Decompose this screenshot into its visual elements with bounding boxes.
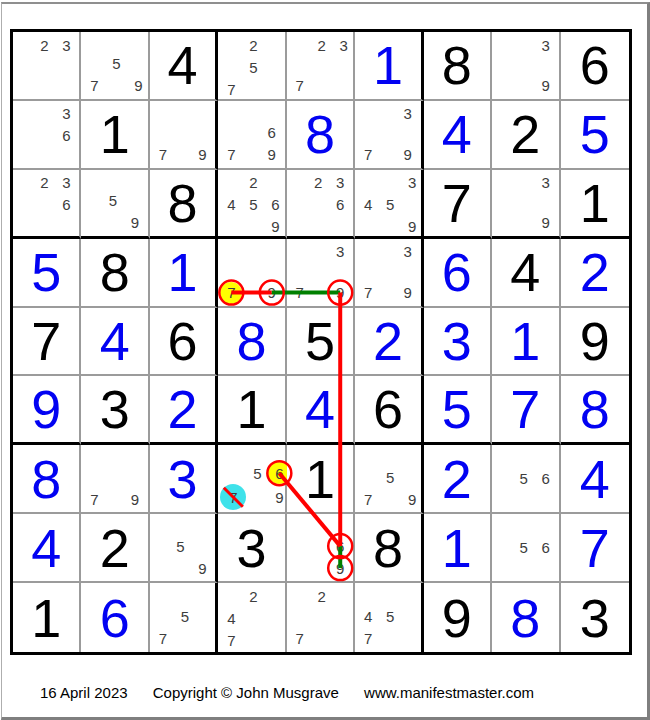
- cell-r8c5[interactable]: 69: [287, 514, 355, 583]
- cell-r1c2[interactable]: 579: [81, 32, 149, 101]
- cell-r2c5[interactable]: 8: [287, 101, 355, 170]
- cell-r7c4[interactable]: 5679: [218, 445, 286, 514]
- given-digit: 3: [81, 376, 147, 442]
- given-digit: 8: [355, 514, 420, 581]
- pencil-marks: 379: [289, 241, 351, 304]
- cell-r8c8[interactable]: 56: [492, 514, 560, 583]
- solved-digit: 2: [150, 376, 215, 442]
- given-digit: 6: [355, 376, 420, 442]
- solved-digit: 3: [424, 308, 490, 375]
- pencil-mark: 9: [124, 212, 146, 234]
- pencil-mark: 3: [401, 172, 423, 194]
- pencil-mark: 9: [264, 216, 286, 238]
- solved-digit: 6: [81, 583, 147, 652]
- cell-r2c6[interactable]: 379: [355, 101, 423, 170]
- pencil-mark: 5: [242, 194, 264, 216]
- cell-r6c9[interactable]: 8: [561, 376, 629, 445]
- cell-r9c3[interactable]: 57: [150, 583, 218, 652]
- pencil-mark: 9: [535, 212, 557, 234]
- pencil-mark: 7: [220, 78, 242, 100]
- pencil-mark: 3: [535, 172, 557, 194]
- pencil-marks: 69: [289, 516, 351, 579]
- cell-r6c4[interactable]: 1: [218, 376, 286, 445]
- pencil-mark: 7: [83, 488, 105, 510]
- solved-digit: 4: [424, 101, 490, 168]
- pencil-mark: 4: [220, 194, 242, 216]
- cell-r4c4[interactable]: 79: [218, 239, 286, 308]
- pencil-mark: 3: [55, 34, 77, 56]
- cell-r6c6[interactable]: 6: [355, 376, 423, 445]
- pencil-mark: 3: [55, 103, 77, 125]
- pencil-mark: 9: [261, 144, 283, 166]
- given-digit: 1: [287, 445, 353, 512]
- solved-digit: 1: [355, 32, 420, 99]
- cell-r2c3[interactable]: 79: [150, 101, 218, 170]
- cell-r7c5[interactable]: 1: [287, 445, 355, 514]
- pencil-marks: 39: [494, 172, 556, 234]
- cell-r1c5[interactable]: 237: [287, 32, 355, 101]
- solved-digit: 8: [561, 376, 629, 442]
- cell-r7c8[interactable]: 56: [492, 445, 560, 514]
- footer-copyright: Copyright © John Musgrave: [153, 684, 339, 701]
- pencil-mark: 9: [127, 75, 149, 97]
- cell-r4c7[interactable]: 6: [424, 239, 492, 308]
- pencil-marks: 257: [220, 34, 282, 97]
- cell-r8c9[interactable]: 7: [561, 514, 629, 583]
- pencil-mark: 5: [379, 194, 401, 216]
- given-digit: 8: [81, 239, 147, 306]
- cell-r1c1[interactable]: 23: [13, 32, 81, 101]
- solved-digit: 8: [492, 583, 558, 652]
- cell-r6c2[interactable]: 3: [81, 376, 149, 445]
- solved-digit: 2: [424, 445, 490, 512]
- cell-r9c1[interactable]: 1: [13, 583, 81, 652]
- cell-r5c1[interactable]: 7: [13, 308, 81, 377]
- cell-r6c5[interactable]: 4: [287, 376, 355, 445]
- pencil-mark: 6: [264, 194, 286, 216]
- pencil-marks: 56: [494, 516, 556, 579]
- cell-r9c8[interactable]: 8: [492, 583, 560, 652]
- pencil-mark: 5: [242, 56, 264, 78]
- cell-r8c7[interactable]: 1: [424, 514, 492, 583]
- pencil-mark: 6: [329, 194, 351, 216]
- cell-r2c4[interactable]: 679: [218, 101, 286, 170]
- pencil-mark: 5: [246, 462, 268, 484]
- solved-digit: 1: [150, 239, 215, 306]
- pencil-mark: 6: [535, 468, 557, 490]
- cell-r9c9[interactable]: 3: [561, 583, 629, 652]
- pencil-mark: 2: [33, 172, 55, 194]
- solved-digit: 5: [13, 239, 79, 306]
- pencil-mark: 7: [220, 282, 242, 304]
- cell-r2c1[interactable]: 36: [13, 101, 81, 170]
- cell-r3c9[interactable]: 1: [561, 170, 629, 239]
- pencil-mark: 3: [397, 103, 419, 125]
- cell-r2c8[interactable]: 2: [492, 101, 560, 170]
- given-digit: 1: [13, 583, 79, 652]
- cell-r5c6[interactable]: 2: [355, 308, 423, 377]
- pencil-marks: 457: [357, 585, 418, 650]
- cell-r9c4[interactable]: 247: [218, 583, 286, 652]
- cell-r3c6[interactable]: 3459: [355, 170, 423, 239]
- pencil-marks: 3459: [357, 172, 418, 234]
- pencil-mark: 4: [357, 194, 379, 216]
- cell-r8c6[interactable]: 8: [355, 514, 423, 583]
- cell-r1c9[interactable]: 6: [561, 32, 629, 101]
- cell-r6c8[interactable]: 7: [492, 376, 560, 445]
- pencil-mark: 2: [311, 585, 333, 607]
- cell-r4c2[interactable]: 8: [81, 239, 149, 308]
- cell-r5c3[interactable]: 6: [150, 308, 218, 377]
- cell-r1c8[interactable]: 39: [492, 32, 560, 101]
- pencil-mark: 5: [102, 190, 124, 212]
- pencil-mark: 6: [55, 194, 77, 216]
- cell-r7c1[interactable]: 8: [13, 445, 81, 514]
- cell-r2c9[interactable]: 5: [561, 101, 629, 170]
- pencil-marks: 247: [220, 585, 282, 650]
- pencil-mark: 9: [261, 282, 283, 304]
- cell-r6c7[interactable]: 5: [424, 376, 492, 445]
- cell-r3c2[interactable]: 59: [81, 170, 149, 239]
- pencil-mark: 6: [55, 125, 77, 147]
- pencil-mark: 7: [357, 144, 379, 166]
- cell-r8c4[interactable]: 3: [218, 514, 286, 583]
- pencil-marks: 27: [289, 585, 351, 650]
- pencil-mark: 5: [379, 466, 401, 488]
- cell-r7c2[interactable]: 79: [81, 445, 149, 514]
- solved-digit: 1: [424, 514, 490, 581]
- solved-digit: 1: [492, 308, 558, 375]
- cell-r3c1[interactable]: 236: [13, 170, 81, 239]
- pencil-mark: 7: [289, 75, 311, 97]
- cell-r7c6[interactable]: 579: [355, 445, 423, 514]
- solved-digit: 2: [561, 239, 629, 306]
- cell-r4c9[interactable]: 2: [561, 239, 629, 308]
- cell-r4c8[interactable]: 4: [492, 239, 560, 308]
- pencil-mark: 9: [401, 488, 423, 510]
- pencil-marks: 39: [494, 34, 556, 97]
- pencil-mark: 7: [357, 282, 379, 304]
- pencil-mark: 3: [535, 34, 557, 56]
- pencil-mark: 3: [397, 241, 419, 263]
- cell-r9c6[interactable]: 457: [355, 583, 423, 652]
- given-digit: 2: [492, 101, 558, 168]
- pencil-mark: 5: [169, 535, 191, 557]
- given-digit: 9: [424, 583, 490, 652]
- given-digit: 6: [150, 308, 215, 375]
- solved-digit: 7: [492, 376, 558, 442]
- pencil-mark: 5: [513, 468, 535, 490]
- given-digit: 7: [424, 170, 490, 236]
- pencil-marks: 236: [289, 172, 351, 234]
- cell-r7c7[interactable]: 2: [424, 445, 492, 514]
- given-digit: 3: [561, 583, 629, 652]
- cell-r1c6[interactable]: 1: [355, 32, 423, 101]
- pencil-mark: 7: [152, 144, 174, 166]
- pencil-mark: 5: [379, 606, 401, 628]
- solved-digit: 4: [13, 514, 79, 581]
- pencil-mark: 6: [535, 537, 557, 559]
- solved-digit: 8: [218, 308, 284, 375]
- given-digit: 3: [218, 514, 284, 581]
- pencil-mark: 7: [220, 484, 246, 510]
- pencil-mark: 7: [289, 628, 311, 650]
- pencil-marks: 79: [220, 241, 282, 304]
- footer: 16 April 2023 Copyright © John Musgrave …: [40, 684, 534, 701]
- pencil-mark: 6: [329, 535, 351, 557]
- cell-r3c7[interactable]: 7: [424, 170, 492, 239]
- pencil-marks: 57: [152, 585, 213, 650]
- pencil-mark: 7: [357, 628, 379, 650]
- given-digit: 2: [81, 514, 147, 581]
- pencil-mark: 2: [242, 172, 264, 194]
- pencil-mark: 9: [329, 557, 351, 579]
- cell-r1c7[interactable]: 8: [424, 32, 492, 101]
- pencil-mark: 7: [357, 488, 379, 510]
- solved-digit: 4: [561, 445, 629, 512]
- cell-r5c4[interactable]: 8: [218, 308, 286, 377]
- footer-date: 16 April 2023: [40, 684, 128, 701]
- cell-r2c7[interactable]: 4: [424, 101, 492, 170]
- pencil-marks: 236: [15, 172, 77, 234]
- pencil-mark: 7: [83, 75, 105, 97]
- given-digit: 7: [13, 308, 79, 375]
- cell-r9c5[interactable]: 27: [287, 583, 355, 652]
- cell-r5c7[interactable]: 3: [424, 308, 492, 377]
- pencil-marks: 579: [357, 447, 418, 510]
- pencil-mark: 2: [33, 34, 55, 56]
- pencil-marks: 23: [15, 34, 77, 97]
- cell-r5c9[interactable]: 9: [561, 308, 629, 377]
- pencil-mark: 9: [397, 282, 419, 304]
- pencil-mark: 5: [513, 537, 535, 559]
- pencil-mark: 9: [535, 75, 557, 97]
- cell-r5c2[interactable]: 4: [81, 308, 149, 377]
- solved-digit: 6: [424, 239, 490, 306]
- cell-r4c1[interactable]: 5: [13, 239, 81, 308]
- given-digit: 5: [287, 308, 353, 375]
- cell-r8c2[interactable]: 2: [81, 514, 149, 583]
- pencil-mark: 7: [152, 628, 174, 650]
- cell-r5c8[interactable]: 1: [492, 308, 560, 377]
- pencil-marks: 59: [152, 516, 213, 579]
- footer-website: www.manifestmaster.com: [364, 684, 534, 701]
- cell-r6c3[interactable]: 2: [150, 376, 218, 445]
- pencil-mark: 9: [124, 488, 146, 510]
- cell-r2c2[interactable]: 1: [81, 101, 149, 170]
- sudoku-board: 2357942572371839636179679837942523659824…: [10, 29, 632, 655]
- pencil-marks: 59: [83, 172, 145, 234]
- pencil-marks: 79: [83, 447, 145, 510]
- pencil-marks: 379: [357, 103, 418, 166]
- cell-r8c1[interactable]: 4: [13, 514, 81, 583]
- pencil-mark: 3: [333, 34, 355, 56]
- given-digit: 8: [424, 32, 490, 99]
- pencil-mark: 3: [329, 241, 351, 263]
- pencil-marks: 79: [152, 103, 213, 166]
- pencil-mark: 4: [220, 607, 242, 629]
- cell-r9c2[interactable]: 6: [81, 583, 149, 652]
- cell-r4c6[interactable]: 379: [355, 239, 423, 308]
- pencil-mark: 9: [191, 557, 213, 579]
- given-digit: 6: [561, 32, 629, 99]
- pencil-mark: 9: [397, 144, 419, 166]
- cell-r6c1[interactable]: 9: [13, 376, 81, 445]
- cell-r9c7[interactable]: 9: [424, 583, 492, 652]
- solved-digit: 2: [355, 308, 420, 375]
- cell-r7c3[interactable]: 3: [150, 445, 218, 514]
- given-digit: 9: [561, 308, 629, 375]
- cell-r4c3[interactable]: 1: [150, 239, 218, 308]
- pencil-marks: 579: [83, 34, 145, 97]
- solved-digit: 4: [287, 376, 353, 442]
- solved-digit: 3: [150, 445, 215, 512]
- solved-digit: 5: [424, 376, 490, 442]
- pencil-marks: 24569: [220, 172, 282, 234]
- cell-r7c9[interactable]: 4: [561, 445, 629, 514]
- cell-r3c4[interactable]: 24569: [218, 170, 286, 239]
- cell-r5c5[interactable]: 5: [287, 308, 355, 377]
- pencil-mark: 2: [242, 585, 264, 607]
- pencil-mark: 2: [242, 34, 264, 56]
- cell-r4c5[interactable]: 379: [287, 239, 355, 308]
- pencil-mark: 4: [357, 606, 379, 628]
- solved-digit: 8: [13, 445, 79, 512]
- pencil-mark: 6: [261, 122, 283, 144]
- pencil-mark: 3: [55, 172, 77, 194]
- pencil-marks: 36: [15, 103, 77, 166]
- cell-r3c5[interactable]: 236: [287, 170, 355, 239]
- pencil-marks: 379: [357, 241, 418, 304]
- given-digit: 1: [81, 101, 147, 168]
- pencil-marks: 237: [289, 34, 351, 97]
- cell-r1c4[interactable]: 257: [218, 32, 286, 101]
- given-digit: 8: [150, 170, 215, 236]
- pencil-mark: 5: [174, 606, 196, 628]
- solved-digit: 4: [81, 308, 147, 375]
- solved-digit: 7: [561, 514, 629, 581]
- pencil-marks: 5679: [220, 447, 282, 510]
- pencil-marks: 56: [494, 447, 556, 510]
- pencil-mark: 2: [311, 34, 333, 56]
- pencil-mark: 7: [220, 144, 242, 166]
- cell-r8c3[interactable]: 59: [150, 514, 218, 583]
- cell-r3c3[interactable]: 8: [150, 170, 218, 239]
- solved-digit: 5: [561, 101, 629, 168]
- pencil-mark: 7: [289, 282, 311, 304]
- pencil-mark: 3: [329, 172, 351, 194]
- given-digit: 1: [218, 376, 284, 442]
- pencil-mark: 9: [329, 282, 351, 304]
- pencil-mark: 9: [401, 216, 423, 238]
- cell-r1c3[interactable]: 4: [150, 32, 218, 101]
- solved-digit: 8: [287, 101, 353, 168]
- pencil-mark: 5: [105, 53, 127, 75]
- pencil-mark: 9: [191, 144, 213, 166]
- given-digit: 4: [150, 32, 215, 99]
- pencil-marks: 679: [220, 103, 282, 166]
- given-digit: 1: [561, 170, 629, 236]
- given-digit: 4: [492, 239, 558, 306]
- pencil-mark: 2: [307, 172, 329, 194]
- cell-r3c8[interactable]: 39: [492, 170, 560, 239]
- solved-digit: 9: [13, 376, 79, 442]
- pencil-mark: 7: [220, 629, 242, 651]
